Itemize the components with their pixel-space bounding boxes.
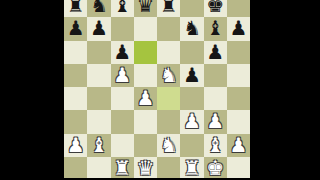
square-a1[interactable] (64, 157, 87, 180)
square-f1[interactable]: ♜ (180, 157, 203, 180)
piece-white-pawn[interactable]: ♟ (229, 134, 247, 157)
piece-black-pawn[interactable]: ♟ (206, 41, 224, 64)
square-h2[interactable]: ♟ (227, 134, 250, 157)
square-h3[interactable] (227, 110, 250, 133)
piece-black-bishop[interactable]: ♝ (206, 17, 224, 40)
square-g2[interactable]: ♝ (204, 134, 227, 157)
piece-white-bishop[interactable]: ♝ (206, 134, 224, 157)
piece-black-knight[interactable]: ♞ (183, 17, 201, 40)
square-b3[interactable] (87, 110, 110, 133)
piece-black-rook[interactable]: ♜ (67, 0, 85, 17)
square-e1[interactable] (157, 157, 180, 180)
square-b2[interactable]: ♝ (87, 134, 110, 157)
piece-white-rook[interactable]: ♜ (113, 157, 131, 180)
square-g8[interactable]: ♚ (204, 0, 227, 17)
square-g7[interactable]: ♝ (204, 17, 227, 40)
piece-white-knight[interactable]: ♞ (160, 64, 178, 87)
square-e6[interactable] (157, 41, 180, 64)
piece-black-pawn[interactable]: ♟ (229, 17, 247, 40)
piece-white-rook[interactable]: ♜ (183, 157, 201, 180)
chess-board: ♜♞♝♛♜♚♟♟♞♝♟♟♟♟♞♟♟♟♟♟♝♞♝♟♜♛♜♚ (64, 0, 250, 180)
letterbox-bottom-strip (64, 178, 250, 180)
square-g6[interactable]: ♟ (204, 41, 227, 64)
square-c4[interactable] (111, 87, 134, 110)
square-h7[interactable]: ♟ (227, 17, 250, 40)
square-d8[interactable]: ♛ (134, 0, 157, 17)
square-g5[interactable] (204, 64, 227, 87)
square-a3[interactable] (64, 110, 87, 133)
piece-black-queen[interactable]: ♛ (136, 0, 154, 17)
square-h4[interactable] (227, 87, 250, 110)
square-c1[interactable]: ♜ (111, 157, 134, 180)
square-a2[interactable]: ♟ (64, 134, 87, 157)
video-frame: ♜♞♝♛♜♚♟♟♞♝♟♟♟♟♞♟♟♟♟♟♝♞♝♟♜♛♜♚ (0, 0, 320, 180)
square-a6[interactable] (64, 41, 87, 64)
square-c6[interactable]: ♟ (111, 41, 134, 64)
square-d5[interactable] (134, 64, 157, 87)
piece-black-knight[interactable]: ♞ (90, 0, 108, 17)
square-b7[interactable]: ♟ (87, 17, 110, 40)
square-e3[interactable] (157, 110, 180, 133)
square-b1[interactable] (87, 157, 110, 180)
piece-white-pawn[interactable]: ♟ (136, 87, 154, 110)
square-a8[interactable]: ♜ (64, 0, 87, 17)
square-a4[interactable] (64, 87, 87, 110)
square-h6[interactable] (227, 41, 250, 64)
square-f2[interactable] (180, 134, 203, 157)
square-g3[interactable]: ♟ (204, 110, 227, 133)
square-e8[interactable]: ♜ (157, 0, 180, 17)
square-b5[interactable] (87, 64, 110, 87)
square-b4[interactable] (87, 87, 110, 110)
square-e4[interactable] (157, 87, 180, 110)
piece-black-king[interactable]: ♚ (206, 0, 224, 17)
piece-black-pawn[interactable]: ♟ (90, 17, 108, 40)
piece-black-pawn[interactable]: ♟ (183, 64, 201, 87)
square-a7[interactable]: ♟ (64, 17, 87, 40)
square-h1[interactable] (227, 157, 250, 180)
piece-white-pawn[interactable]: ♟ (67, 134, 85, 157)
piece-black-pawn[interactable]: ♟ (67, 17, 85, 40)
square-d6[interactable] (134, 41, 157, 64)
piece-white-bishop[interactable]: ♝ (90, 134, 108, 157)
piece-white-king[interactable]: ♚ (206, 157, 224, 180)
square-d4[interactable]: ♟ (134, 87, 157, 110)
square-c5[interactable]: ♟ (111, 64, 134, 87)
piece-black-rook[interactable]: ♜ (160, 0, 178, 17)
square-g1[interactable]: ♚ (204, 157, 227, 180)
square-c8[interactable]: ♝ (111, 0, 134, 17)
square-d7[interactable] (134, 17, 157, 40)
square-b6[interactable] (87, 41, 110, 64)
square-h5[interactable] (227, 64, 250, 87)
square-d2[interactable] (134, 134, 157, 157)
piece-white-pawn[interactable]: ♟ (183, 110, 201, 133)
square-c2[interactable] (111, 134, 134, 157)
piece-white-pawn[interactable]: ♟ (206, 110, 224, 133)
square-f6[interactable] (180, 41, 203, 64)
square-f3[interactable]: ♟ (180, 110, 203, 133)
square-e2[interactable]: ♞ (157, 134, 180, 157)
piece-white-knight[interactable]: ♞ (160, 134, 178, 157)
square-h8[interactable] (227, 0, 250, 17)
square-f7[interactable]: ♞ (180, 17, 203, 40)
square-c7[interactable] (111, 17, 134, 40)
square-e5[interactable]: ♞ (157, 64, 180, 87)
piece-white-pawn[interactable]: ♟ (113, 64, 131, 87)
piece-white-queen[interactable]: ♛ (136, 157, 154, 180)
square-a5[interactable] (64, 64, 87, 87)
square-f5[interactable]: ♟ (180, 64, 203, 87)
square-d1[interactable]: ♛ (134, 157, 157, 180)
piece-black-bishop[interactable]: ♝ (113, 0, 131, 17)
square-f8[interactable] (180, 0, 203, 17)
square-f4[interactable] (180, 87, 203, 110)
square-g4[interactable] (204, 87, 227, 110)
piece-black-pawn[interactable]: ♟ (113, 41, 131, 64)
square-e7[interactable] (157, 17, 180, 40)
square-d3[interactable] (134, 110, 157, 133)
square-b8[interactable]: ♞ (87, 0, 110, 17)
square-c3[interactable] (111, 110, 134, 133)
